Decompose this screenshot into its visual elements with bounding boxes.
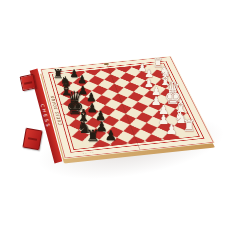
piece-white-rook: ♜ [182, 119, 196, 134]
piece-black-rook: ♜ [86, 129, 100, 145]
piece-white-pawn: ♟ [165, 123, 177, 136]
piece-black-pawn: ♟ [105, 129, 117, 143]
latch-bottom [22, 128, 42, 151]
board-cell [197, 95, 199, 105]
board-cell [192, 85, 200, 95]
latch-top [20, 74, 37, 92]
chess-set-photo: CHESS CHESS BOARD ·· ·· ♜♞♝♛♚♝♞♜♟♟♟♟♟♟♟♟… [0, 0, 240, 240]
